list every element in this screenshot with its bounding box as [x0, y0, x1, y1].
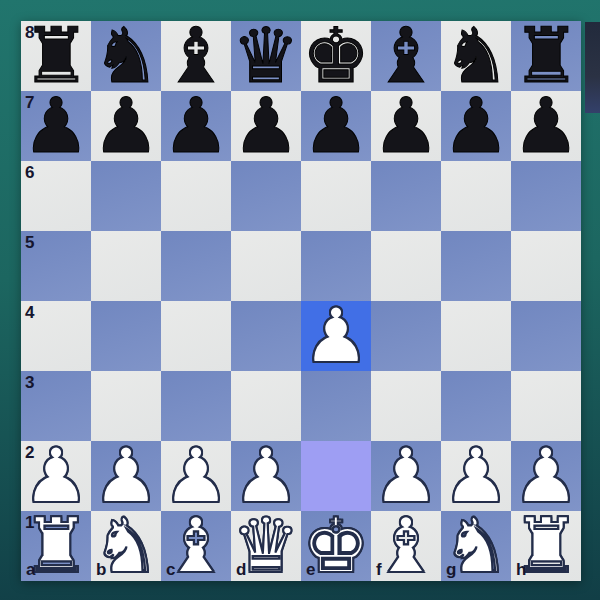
piece-black-pawn[interactable]: ♟ [512, 88, 580, 164]
square-c1[interactable]: c♝ [161, 511, 231, 581]
piece-black-pawn[interactable]: ♟ [372, 88, 440, 164]
piece-white-pawn[interactable]: ♟ [302, 298, 370, 374]
square-h6[interactable] [511, 161, 581, 231]
square-a7[interactable]: 7♟ [21, 91, 91, 161]
square-a5[interactable]: 5 [21, 231, 91, 301]
file-label-c: c [166, 561, 175, 578]
rank-label-3: 3 [25, 374, 34, 391]
square-h5[interactable] [511, 231, 581, 301]
piece-black-pawn[interactable]: ♟ [442, 88, 510, 164]
rank-label-2: 2 [25, 444, 34, 461]
rank-label-6: 6 [25, 164, 34, 181]
square-g4[interactable] [441, 301, 511, 371]
square-d7[interactable]: ♟ [231, 91, 301, 161]
square-d1[interactable]: d♛ [231, 511, 301, 581]
square-b7[interactable]: ♟ [91, 91, 161, 161]
piece-black-pawn[interactable]: ♟ [232, 88, 300, 164]
square-e7[interactable]: ♟ [301, 91, 371, 161]
square-b5[interactable] [91, 231, 161, 301]
square-a6[interactable]: 6 [21, 161, 91, 231]
square-b4[interactable] [91, 301, 161, 371]
square-g1[interactable]: g♞ [441, 511, 511, 581]
chess-board: 8♜♞♝♛♚♝♞♜7♟♟♟♟♟♟♟♟654♟32♟♟♟♟♟♟♟1a♜b♞c♝d♛… [21, 21, 581, 581]
file-label-h: h [516, 561, 526, 578]
square-d4[interactable] [231, 301, 301, 371]
rank-label-4: 4 [25, 304, 34, 321]
square-f1[interactable]: f♝ [371, 511, 441, 581]
file-label-e: e [306, 561, 315, 578]
square-h7[interactable]: ♟ [511, 91, 581, 161]
rank-label-8: 8 [25, 24, 34, 41]
piece-black-pawn[interactable]: ♟ [162, 88, 230, 164]
square-c4[interactable] [161, 301, 231, 371]
square-e6[interactable] [301, 161, 371, 231]
square-c6[interactable] [161, 161, 231, 231]
square-f4[interactable] [371, 301, 441, 371]
app-background: 8♜♞♝♛♚♝♞♜7♟♟♟♟♟♟♟♟654♟32♟♟♟♟♟♟♟1a♜b♞c♝d♛… [0, 0, 600, 600]
file-label-a: a [26, 561, 35, 578]
piece-black-pawn[interactable]: ♟ [302, 88, 370, 164]
square-b6[interactable] [91, 161, 161, 231]
square-a1[interactable]: 1a♜ [21, 511, 91, 581]
rank-label-7: 7 [25, 94, 34, 111]
square-g6[interactable] [441, 161, 511, 231]
square-h4[interactable] [511, 301, 581, 371]
square-f5[interactable] [371, 231, 441, 301]
square-b1[interactable]: b♞ [91, 511, 161, 581]
piece-white-bishop[interactable]: ♝ [372, 508, 440, 584]
square-f6[interactable] [371, 161, 441, 231]
square-e3[interactable] [301, 371, 371, 441]
rank-label-1: 1 [25, 514, 34, 531]
square-g5[interactable] [441, 231, 511, 301]
square-e1[interactable]: e♚ [301, 511, 371, 581]
file-label-d: d [236, 561, 246, 578]
file-label-f: f [376, 561, 382, 578]
square-c5[interactable] [161, 231, 231, 301]
square-d5[interactable] [231, 231, 301, 301]
square-a4[interactable]: 4 [21, 301, 91, 371]
file-label-g: g [446, 561, 456, 578]
square-e4[interactable]: ♟ [301, 301, 371, 371]
piece-black-pawn[interactable]: ♟ [92, 88, 160, 164]
file-label-b: b [96, 561, 106, 578]
right-edge-panel [585, 22, 600, 113]
square-h1[interactable]: h♜ [511, 511, 581, 581]
square-g7[interactable]: ♟ [441, 91, 511, 161]
rank-label-5: 5 [25, 234, 34, 251]
square-f7[interactable]: ♟ [371, 91, 441, 161]
square-d6[interactable] [231, 161, 301, 231]
square-c7[interactable]: ♟ [161, 91, 231, 161]
